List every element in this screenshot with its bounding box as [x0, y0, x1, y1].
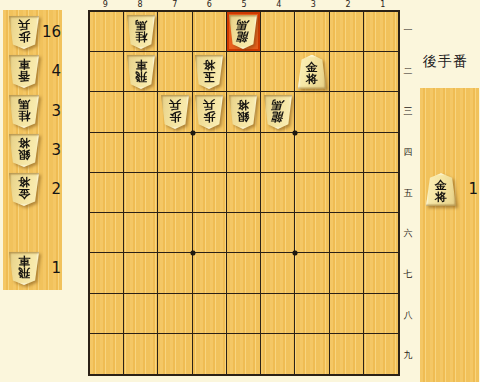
square-8-3[interactable] — [124, 92, 158, 132]
square-8-5[interactable] — [124, 173, 158, 213]
square-5-6[interactable] — [227, 213, 261, 253]
rank-labels: 一二三四五六七八九 — [402, 10, 414, 376]
square-6-6[interactable] — [193, 213, 227, 253]
square-1-6[interactable] — [364, 213, 398, 253]
piece-gote-lance[interactable]: 香車 — [9, 55, 39, 88]
file-label-9: 9 — [88, 0, 123, 9]
piece-gote-rook[interactable]: 飛車 — [9, 252, 39, 285]
piece-kanji: 銀 — [237, 111, 249, 123]
hand-sente-gold[interactable]: 金将 — [426, 173, 456, 206]
square-9-4[interactable] — [90, 133, 124, 173]
file-label-6: 6 — [192, 0, 227, 9]
square-7-3[interactable]: 歩兵 — [158, 92, 192, 132]
square-2-5[interactable] — [330, 173, 364, 213]
piece-kanji: 馬 — [18, 98, 30, 110]
star-point — [190, 130, 195, 135]
hand-count-gote-lance: 4 — [39, 63, 61, 80]
square-6-7[interactable] — [193, 253, 227, 293]
piece-kanji: 将 — [435, 191, 447, 203]
square-7-4[interactable] — [158, 133, 192, 173]
hand-gote-silver[interactable]: 銀将 — [9, 134, 39, 167]
square-5-1[interactable]: 龍馬 — [227, 12, 261, 52]
piece-gote-silver[interactable]: 銀将 — [227, 92, 260, 131]
square-1-5[interactable] — [364, 173, 398, 213]
square-3-3[interactable] — [295, 92, 329, 132]
square-7-5[interactable] — [158, 173, 192, 213]
file-label-1: 1 — [365, 0, 400, 9]
square-1-9[interactable] — [364, 334, 398, 374]
rank-label-1: 一 — [402, 10, 414, 51]
square-5-3[interactable]: 銀将 — [227, 92, 261, 132]
hand-count-gote-rook: 1 — [39, 260, 61, 277]
piece-kanji: 車 — [135, 59, 147, 71]
piece-gote-promoted-bishop[interactable]: 龍馬 — [227, 12, 260, 51]
square-8-2[interactable]: 飛車 — [124, 52, 158, 92]
piece-face: 玉将 — [195, 55, 223, 89]
rank-label-5: 五 — [402, 173, 414, 214]
piece-kanji: 龍 — [272, 111, 284, 123]
square-4-1[interactable] — [261, 12, 295, 52]
piece-kanji: 銀 — [18, 149, 30, 161]
shogi-diagram: 987654321 歩兵16香車4桂馬3銀将3金将2飛車1 桂馬龍馬飛車玉将金将… — [0, 0, 480, 382]
square-4-9[interactable] — [261, 334, 295, 374]
turn-indicator: 後手番 — [423, 53, 479, 71]
square-3-2[interactable]: 金将 — [295, 52, 329, 92]
square-3-9[interactable] — [295, 334, 329, 374]
gote-captured-tray: 歩兵16香車4桂馬3銀将3金将2飛車1 — [3, 10, 62, 290]
hand-gote-knight[interactable]: 桂馬 — [9, 95, 39, 128]
file-label-3: 3 — [296, 0, 331, 9]
square-9-8[interactable] — [90, 294, 124, 334]
square-4-7[interactable] — [261, 253, 295, 293]
square-5-9[interactable] — [227, 334, 261, 374]
piece-face: 桂馬 — [9, 95, 39, 128]
piece-kanji: 歩 — [203, 111, 215, 123]
star-point — [293, 251, 298, 256]
square-3-7[interactable] — [295, 253, 329, 293]
square-6-3[interactable]: 歩兵 — [193, 92, 227, 132]
piece-kanji: 兵 — [203, 99, 215, 111]
square-6-8[interactable] — [193, 294, 227, 334]
piece-face: 金将 — [298, 55, 326, 89]
file-label-5: 5 — [227, 0, 262, 9]
square-9-1[interactable] — [90, 12, 124, 52]
piece-gote-knight[interactable]: 桂馬 — [124, 12, 157, 51]
square-1-8[interactable] — [364, 294, 398, 334]
square-2-7[interactable] — [330, 253, 364, 293]
square-5-4[interactable] — [227, 133, 261, 173]
piece-face: 金将 — [426, 173, 456, 206]
square-1-4[interactable] — [364, 133, 398, 173]
piece-sente-gold[interactable]: 金将 — [426, 173, 456, 206]
piece-face: 飛車 — [9, 252, 39, 285]
square-3-8[interactable] — [295, 294, 329, 334]
piece-kanji: 飛 — [18, 267, 30, 279]
piece-gote-silver[interactable]: 銀将 — [9, 134, 39, 167]
piece-gote-gold[interactable]: 金将 — [9, 173, 39, 206]
square-3-4[interactable] — [295, 133, 329, 173]
hand-count-gote-knight: 3 — [39, 103, 61, 120]
square-3-5[interactable] — [295, 173, 329, 213]
piece-kanji: 将 — [237, 99, 249, 111]
piece-gote-rook[interactable]: 飛車 — [124, 52, 157, 91]
square-8-7[interactable] — [124, 253, 158, 293]
square-6-1[interactable] — [193, 12, 227, 52]
square-2-9[interactable] — [330, 334, 364, 374]
rank-label-2: 二 — [402, 51, 414, 92]
square-9-5[interactable] — [90, 173, 124, 213]
rank-label-3: 三 — [402, 91, 414, 132]
square-8-9[interactable] — [124, 334, 158, 374]
star-point — [293, 130, 298, 135]
piece-kanji: 金 — [18, 188, 30, 200]
piece-kanji: 香 — [18, 70, 30, 82]
piece-kanji: 馬 — [237, 19, 249, 31]
piece-kanji: 飛 — [135, 71, 147, 83]
piece-kanji: 桂 — [18, 110, 30, 122]
square-9-6[interactable] — [90, 213, 124, 253]
file-label-4: 4 — [261, 0, 296, 9]
hand-gote-lance[interactable]: 香車 — [9, 55, 39, 88]
hand-gote-rook[interactable]: 飛車 — [9, 252, 39, 285]
square-8-4[interactable] — [124, 133, 158, 173]
rank-label-6: 六 — [402, 213, 414, 254]
file-label-7: 7 — [157, 0, 192, 9]
hand-count-gote-gold: 2 — [39, 181, 61, 198]
piece-kanji: 玉 — [203, 71, 215, 83]
square-7-7[interactable] — [158, 253, 192, 293]
piece-kanji: 将 — [203, 59, 215, 71]
square-2-6[interactable] — [330, 213, 364, 253]
file-label-8: 8 — [123, 0, 158, 9]
piece-kanji: 馬 — [135, 19, 147, 31]
piece-kanji: 車 — [18, 255, 30, 267]
rank-label-7: 七 — [402, 254, 414, 295]
piece-face: 歩兵 — [161, 95, 189, 129]
shogi-board: 桂馬龍馬飛車玉将金将歩兵歩兵銀将龍馬 — [88, 10, 400, 376]
square-8-8[interactable] — [124, 294, 158, 334]
square-4-5[interactable] — [261, 173, 295, 213]
hand-count-gote-silver: 3 — [39, 142, 61, 159]
square-2-3[interactable] — [330, 92, 364, 132]
square-4-3[interactable]: 龍馬 — [261, 92, 295, 132]
piece-face: 飛車 — [127, 55, 155, 89]
square-4-2[interactable] — [261, 52, 295, 92]
piece-face: 龍馬 — [264, 95, 292, 129]
square-9-2[interactable] — [90, 52, 124, 92]
piece-kanji: 車 — [18, 58, 30, 70]
square-1-2[interactable] — [364, 52, 398, 92]
square-6-9[interactable] — [193, 334, 227, 374]
hand-gote-pawn[interactable]: 歩兵 — [9, 16, 39, 49]
square-3-6[interactable] — [295, 213, 329, 253]
piece-face: 桂馬 — [127, 15, 155, 49]
board-grid: 桂馬龍馬飛車玉将金将歩兵歩兵銀将龍馬 — [90, 12, 398, 374]
piece-kanji: 馬 — [272, 99, 284, 111]
piece-kanji: 将 — [18, 176, 30, 188]
square-1-1[interactable] — [364, 12, 398, 52]
square-6-5[interactable] — [193, 173, 227, 213]
piece-face: 金将 — [9, 173, 39, 206]
sente-captured-tray: 金将1 — [420, 88, 479, 382]
square-9-3[interactable] — [90, 92, 124, 132]
piece-kanji: 桂 — [135, 31, 147, 43]
square-7-8[interactable] — [158, 294, 192, 334]
piece-kanji: 歩 — [169, 111, 181, 123]
square-9-7[interactable] — [90, 253, 124, 293]
square-5-5[interactable] — [227, 173, 261, 213]
piece-kanji: 歩 — [18, 31, 30, 43]
rank-label-8: 八 — [402, 295, 414, 336]
rank-label-9: 九 — [402, 335, 414, 376]
file-label-2: 2 — [331, 0, 366, 9]
piece-face: 龍馬 — [229, 15, 257, 49]
square-3-1[interactable] — [295, 12, 329, 52]
square-8-1[interactable]: 桂馬 — [124, 12, 158, 52]
hand-count-sente-gold: 1 — [456, 181, 478, 198]
piece-gote-pawn[interactable]: 歩兵 — [158, 92, 191, 131]
square-2-2[interactable] — [330, 52, 364, 92]
piece-gote-knight[interactable]: 桂馬 — [9, 95, 39, 128]
piece-gote-king[interactable]: 玉将 — [193, 52, 226, 91]
square-5-8[interactable] — [227, 294, 261, 334]
square-9-9[interactable] — [90, 334, 124, 374]
square-7-1[interactable] — [158, 12, 192, 52]
square-1-7[interactable] — [364, 253, 398, 293]
square-6-4[interactable] — [193, 133, 227, 173]
piece-gote-pawn[interactable]: 歩兵 — [9, 16, 39, 49]
hand-count-gote-pawn: 16 — [39, 24, 61, 41]
piece-kanji: 将 — [306, 73, 318, 85]
square-6-2[interactable]: 玉将 — [193, 52, 227, 92]
piece-face: 香車 — [9, 55, 39, 88]
star-point — [190, 251, 195, 256]
piece-gote-pawn[interactable]: 歩兵 — [193, 92, 226, 131]
hand-gote-gold[interactable]: 金将 — [9, 173, 39, 206]
piece-face: 歩兵 — [195, 95, 223, 129]
piece-kanji: 兵 — [169, 99, 181, 111]
square-2-8[interactable] — [330, 294, 364, 334]
piece-gote-promoted-bishop[interactable]: 龍馬 — [261, 92, 294, 131]
square-4-6[interactable] — [261, 213, 295, 253]
piece-sente-gold[interactable]: 金将 — [295, 52, 328, 91]
square-2-4[interactable] — [330, 133, 364, 173]
rank-label-4: 四 — [402, 132, 414, 173]
square-5-7[interactable] — [227, 253, 261, 293]
piece-face: 銀将 — [229, 95, 257, 129]
piece-kanji: 将 — [18, 137, 30, 149]
square-4-8[interactable] — [261, 294, 295, 334]
square-8-6[interactable] — [124, 213, 158, 253]
piece-face: 歩兵 — [9, 16, 39, 49]
piece-kanji: 兵 — [18, 19, 30, 31]
square-7-9[interactable] — [158, 334, 192, 374]
square-2-1[interactable] — [330, 12, 364, 52]
file-labels: 987654321 — [88, 0, 400, 9]
square-7-2[interactable] — [158, 52, 192, 92]
piece-kanji: 龍 — [237, 31, 249, 43]
square-4-4[interactable] — [261, 133, 295, 173]
square-1-3[interactable] — [364, 92, 398, 132]
square-7-6[interactable] — [158, 213, 192, 253]
square-5-2[interactable] — [227, 52, 261, 92]
piece-face: 銀将 — [9, 134, 39, 167]
